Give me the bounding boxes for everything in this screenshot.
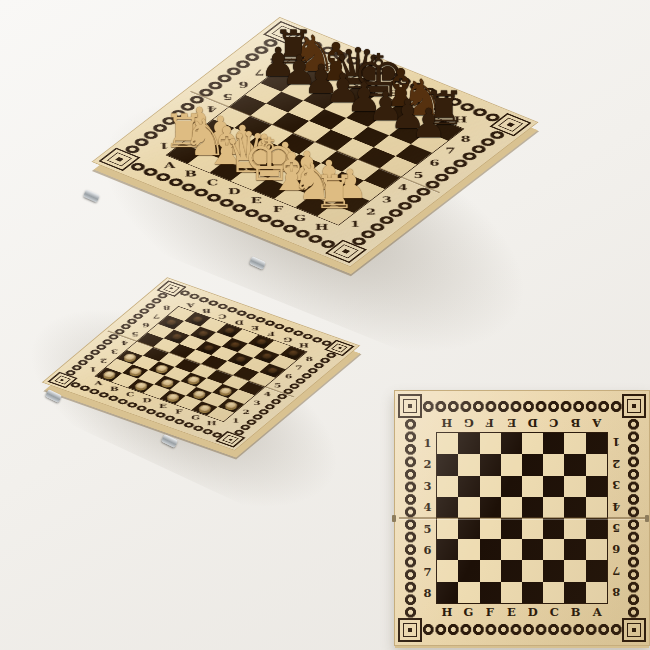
file-label: C (543, 415, 564, 431)
dark-checker-piece (227, 340, 243, 349)
file-label: C (543, 604, 564, 621)
dark-checker-piece (233, 355, 249, 364)
file-label: A (89, 379, 108, 387)
file-label: H (436, 415, 457, 431)
rank-label: 7 (291, 362, 306, 372)
rank-label: 4 (608, 497, 624, 518)
square (458, 497, 479, 518)
file-label: E (501, 415, 522, 431)
square (564, 582, 585, 603)
square (501, 476, 522, 497)
square (586, 433, 607, 454)
square (458, 560, 479, 581)
corner-square-motif (622, 394, 646, 418)
light-checker-piece (165, 393, 181, 402)
rank-label: 4 (419, 497, 435, 518)
rank-label: 1 (419, 432, 435, 453)
corner-square-motif (622, 618, 646, 642)
square (458, 454, 479, 475)
rank-label: 1 (608, 432, 624, 453)
square (522, 454, 543, 475)
rank-label: 3 (419, 475, 435, 496)
rank-label: 7 (608, 561, 624, 582)
square (564, 518, 585, 539)
square (564, 560, 585, 581)
square (501, 539, 522, 560)
square (480, 433, 501, 454)
square: ♟ (411, 132, 448, 153)
square (437, 560, 458, 581)
square (480, 476, 501, 497)
hinge-icon (645, 515, 649, 522)
square (480, 539, 501, 560)
file-label: B (105, 384, 124, 392)
square (543, 518, 564, 539)
corner-square-motif (398, 394, 422, 418)
corner-square-motif (98, 147, 141, 171)
black-pawn-piece: ♟ (411, 103, 447, 143)
square (501, 518, 522, 539)
square (586, 560, 607, 581)
square (458, 433, 479, 454)
square (586, 497, 607, 518)
square (501, 582, 522, 603)
square (564, 454, 585, 475)
rank-label: 6 (608, 539, 624, 560)
square (501, 433, 522, 454)
rank-label: 8 (608, 582, 624, 603)
latch-icon (45, 389, 62, 403)
light-checker-piece (186, 375, 202, 384)
chain-border-ornament (422, 400, 622, 412)
checkers-board: ABCDEFGHABCDEFGH8765432187654321 (42, 277, 360, 450)
square (522, 476, 543, 497)
product-photo-canvas: ABCDEFGHABCDEFGH8765432187654321♜♞♝♛♚♝♞♜… (0, 0, 650, 650)
file-label: A (586, 415, 607, 431)
dark-checker-piece (221, 326, 237, 335)
square (148, 361, 174, 375)
file-label: H (447, 114, 474, 125)
square (437, 582, 458, 603)
square (543, 539, 564, 560)
file-label: A (586, 604, 607, 621)
square (543, 582, 564, 603)
chess-board: ABCDEFGHABCDEFGH8765432187654321♜♞♝♛♚♝♞♜… (92, 17, 539, 267)
rank-label: 6 (281, 371, 296, 381)
square (501, 560, 522, 581)
square (480, 560, 501, 581)
rank-label: 2 (419, 454, 435, 475)
square (586, 476, 607, 497)
file-label: D (522, 604, 543, 621)
checkers-open-view: ABCDEFGHABCDEFGH8765432187654321 (86, 249, 316, 479)
rank-label: 5 (419, 518, 435, 539)
square (586, 582, 607, 603)
dark-checker-piece (265, 366, 281, 375)
corner-square-motif (398, 618, 422, 642)
file-label: G (458, 604, 479, 621)
square (458, 518, 479, 539)
file-label: H (294, 341, 313, 349)
light-checker-piece (223, 401, 239, 410)
square (480, 454, 501, 475)
square (480, 518, 501, 539)
file-label: B (565, 415, 586, 431)
square (437, 433, 458, 454)
square (522, 518, 543, 539)
square (543, 560, 564, 581)
file-label: F (479, 604, 500, 621)
file-label: F (169, 407, 188, 415)
rank-label: 8 (419, 582, 435, 603)
file-label: H (436, 604, 457, 621)
square (564, 433, 585, 454)
square (437, 539, 458, 560)
latch-icon (83, 189, 100, 202)
square (480, 582, 501, 603)
rank-label: 6 (424, 155, 444, 170)
square (458, 582, 479, 603)
rank-label: 6 (419, 539, 435, 560)
flat-empty-board: HGFEDCBAHGFEDCBA1234567812345678 (394, 390, 650, 646)
square (437, 497, 458, 518)
rank-label: 5 (608, 518, 624, 539)
square (458, 539, 479, 560)
square (522, 560, 543, 581)
light-checker-piece (127, 367, 143, 376)
white-rook-piece: ♜ (314, 170, 355, 216)
rank-label: 3 (608, 475, 624, 496)
square (458, 476, 479, 497)
fold-seam (399, 517, 645, 519)
file-label: G (186, 413, 205, 421)
square (543, 454, 564, 475)
file-label: G (458, 415, 479, 431)
file-labels: HGFEDCBA (436, 415, 608, 431)
square (543, 497, 564, 518)
square (501, 454, 522, 475)
dark-checker-piece (285, 349, 301, 358)
square (543, 433, 564, 454)
chain-border-ornament (422, 623, 622, 635)
file-label: A (156, 159, 183, 171)
square (480, 497, 501, 518)
rank-label: 2 (608, 454, 624, 475)
square (437, 518, 458, 539)
rank-label: 8 (456, 131, 476, 146)
file-label: F (479, 415, 500, 431)
square (437, 476, 458, 497)
file-label: E (501, 604, 522, 621)
square (586, 539, 607, 560)
square (564, 476, 585, 497)
hinge-icon (392, 515, 396, 522)
square (522, 582, 543, 603)
rank-label: 2 (239, 406, 254, 416)
square (522, 433, 543, 454)
square (543, 476, 564, 497)
square (522, 539, 543, 560)
light-checker-piece (122, 353, 138, 362)
square (564, 539, 585, 560)
file-labels: HGFEDCBA (436, 604, 608, 621)
square (437, 454, 458, 475)
square (522, 497, 543, 518)
file-label: D (522, 415, 543, 431)
rank-label: 3 (377, 192, 397, 207)
square (564, 497, 585, 518)
file-label: B (565, 604, 586, 621)
light-checker-piece (101, 370, 117, 379)
dark-checker-piece (259, 352, 275, 361)
square (586, 454, 607, 475)
square (586, 518, 607, 539)
rank-label: 5 (408, 167, 428, 182)
rank-label: 7 (419, 561, 435, 582)
square (175, 358, 201, 372)
square (501, 497, 522, 518)
